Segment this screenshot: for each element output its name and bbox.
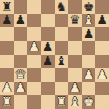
square-e2[interactable] — [55, 82, 69, 96]
piece-black-rook[interactable]: ♜ — [1, 0, 12, 13]
square-h6[interactable] — [95, 27, 109, 41]
piece-white-pawn[interactable]: ♟ — [28, 41, 39, 54]
square-c2[interactable] — [27, 82, 41, 96]
square-h8[interactable] — [95, 0, 109, 14]
square-a4[interactable] — [0, 55, 14, 69]
square-c4[interactable] — [27, 55, 41, 69]
square-a5[interactable] — [0, 41, 14, 55]
chess-board: ♜♞♚♟♟♛♝♟♟♟♟♟♝♛♟♟♟♟♟♜♜♝♚ — [0, 0, 109, 109]
piece-white-pawn[interactable]: ♟ — [15, 82, 26, 95]
square-f8[interactable] — [68, 0, 82, 14]
square-b3[interactable]: ♛ — [14, 68, 28, 82]
piece-white-bishop[interactable]: ♝ — [83, 14, 94, 27]
square-f7[interactable]: ♛ — [68, 14, 82, 28]
piece-black-pawn[interactable]: ♟ — [42, 55, 53, 68]
piece-black-knight[interactable]: ♞ — [56, 0, 67, 13]
square-a2[interactable]: ♟ — [0, 82, 14, 96]
piece-white-queen[interactable]: ♛ — [15, 68, 26, 81]
square-e1[interactable]: ♜ — [55, 95, 69, 109]
square-b4[interactable] — [14, 55, 28, 69]
square-f3[interactable] — [68, 68, 82, 82]
square-b5[interactable] — [14, 41, 28, 55]
square-b1[interactable] — [14, 95, 28, 109]
square-e3[interactable] — [55, 68, 69, 82]
square-f5[interactable] — [68, 41, 82, 55]
square-a1[interactable]: ♜ — [0, 95, 14, 109]
square-e6[interactable] — [55, 27, 69, 41]
square-c1[interactable] — [27, 95, 41, 109]
square-g1[interactable]: ♚ — [82, 95, 96, 109]
piece-white-pawn[interactable]: ♟ — [83, 68, 94, 81]
piece-black-bishop[interactable]: ♝ — [56, 55, 67, 68]
piece-black-pawn[interactable]: ♟ — [42, 41, 53, 54]
square-d1[interactable] — [41, 95, 55, 109]
square-f6[interactable] — [68, 27, 82, 41]
piece-white-pawn[interactable]: ♟ — [97, 68, 108, 81]
square-a6[interactable] — [0, 27, 14, 41]
square-g6[interactable]: ♟ — [82, 27, 96, 41]
square-d8[interactable] — [41, 0, 55, 14]
square-c5[interactable]: ♟ — [27, 41, 41, 55]
square-c8[interactable] — [27, 0, 41, 14]
square-d4[interactable]: ♟ — [41, 55, 55, 69]
square-f4[interactable] — [68, 55, 82, 69]
square-f2[interactable]: ♟ — [68, 82, 82, 96]
square-g7[interactable]: ♝ — [82, 14, 96, 28]
square-b7[interactable]: ♟ — [14, 14, 28, 28]
square-d6[interactable] — [41, 27, 55, 41]
square-d5[interactable]: ♟ — [41, 41, 55, 55]
square-h5[interactable] — [95, 41, 109, 55]
square-g5[interactable] — [82, 41, 96, 55]
square-h7[interactable]: ♟ — [95, 14, 109, 28]
piece-black-queen[interactable]: ♛ — [69, 14, 80, 27]
square-c6[interactable] — [27, 27, 41, 41]
square-e5[interactable] — [55, 41, 69, 55]
square-a3[interactable] — [0, 68, 14, 82]
square-g2[interactable] — [82, 82, 96, 96]
piece-black-pawn[interactable]: ♟ — [97, 14, 108, 27]
square-g4[interactable] — [82, 55, 96, 69]
piece-white-king[interactable]: ♚ — [83, 95, 94, 108]
piece-white-rook[interactable]: ♜ — [56, 95, 67, 108]
piece-black-pawn[interactable]: ♟ — [83, 27, 94, 40]
square-h1[interactable] — [95, 95, 109, 109]
square-b8[interactable] — [14, 0, 28, 14]
square-b6[interactable] — [14, 27, 28, 41]
square-d3[interactable] — [41, 68, 55, 82]
square-c3[interactable] — [27, 68, 41, 82]
square-a8[interactable]: ♜ — [0, 0, 14, 14]
square-h3[interactable]: ♟ — [95, 68, 109, 82]
square-g3[interactable]: ♟ — [82, 68, 96, 82]
square-b2[interactable]: ♟ — [14, 82, 28, 96]
square-e4[interactable]: ♝ — [55, 55, 69, 69]
piece-black-pawn[interactable]: ♟ — [1, 14, 12, 27]
square-h4[interactable] — [95, 55, 109, 69]
square-e8[interactable]: ♞ — [55, 0, 69, 14]
piece-white-pawn[interactable]: ♟ — [69, 82, 80, 95]
square-h2[interactable] — [95, 82, 109, 96]
square-c7[interactable] — [27, 14, 41, 28]
square-g8[interactable]: ♚ — [82, 0, 96, 14]
square-e7[interactable] — [55, 14, 69, 28]
piece-black-pawn[interactable]: ♟ — [15, 14, 26, 27]
square-d2[interactable] — [41, 82, 55, 96]
square-a7[interactable]: ♟ — [0, 14, 14, 28]
piece-black-king[interactable]: ♚ — [83, 0, 94, 13]
square-d7[interactable] — [41, 14, 55, 28]
piece-white-bishop[interactable]: ♝ — [69, 95, 80, 108]
square-f1[interactable]: ♝ — [68, 95, 82, 109]
piece-white-pawn[interactable]: ♟ — [1, 82, 12, 95]
piece-white-rook[interactable]: ♜ — [1, 95, 12, 108]
